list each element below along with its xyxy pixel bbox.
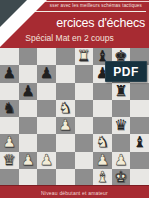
square-h3: ♝ xyxy=(130,134,149,151)
square-e8: ♜ xyxy=(75,48,94,65)
white-knight-piece: ♞ xyxy=(96,135,109,150)
square-a6 xyxy=(0,83,19,100)
pdf-badge[interactable]: PDF xyxy=(105,61,147,82)
square-b2: ♟ xyxy=(19,152,38,169)
square-b7 xyxy=(19,65,38,82)
white-pawn-piece: ♟ xyxy=(58,118,71,133)
white-bishop-piece: ♝ xyxy=(96,170,109,185)
cover-subtitle: Spécial Mat en 2 coups xyxy=(0,33,144,43)
white-pawn-piece: ♟ xyxy=(40,153,53,168)
square-d8 xyxy=(56,48,75,65)
square-b5 xyxy=(19,100,38,117)
square-c8 xyxy=(37,48,56,65)
black-bishop-piece: ♝ xyxy=(133,135,146,150)
white-pawn-piece: ♟ xyxy=(96,153,109,168)
white-king-piece: ♚ xyxy=(114,170,127,185)
square-b6: ♟ xyxy=(19,83,38,100)
square-f5 xyxy=(93,100,112,117)
square-d4: ♟ xyxy=(56,117,75,134)
white-rook-piece: ♜ xyxy=(77,49,90,64)
square-f3: ♞ xyxy=(93,134,112,151)
square-e3 xyxy=(75,134,94,151)
square-c7: ♟ xyxy=(37,65,56,82)
square-f1: ♝ xyxy=(93,169,112,186)
square-e5 xyxy=(75,100,94,117)
square-a8 xyxy=(0,48,19,65)
square-f4 xyxy=(93,117,112,134)
square-g4: ♛ xyxy=(112,117,131,134)
black-queen-piece: ♛ xyxy=(114,118,127,133)
square-a7: ♟ xyxy=(0,65,19,82)
square-d1 xyxy=(56,169,75,186)
square-e2 xyxy=(75,152,94,169)
square-b3 xyxy=(19,134,38,151)
white-pawn-piece: ♟ xyxy=(114,153,127,168)
black-pawn-piece: ♟ xyxy=(40,66,53,81)
cover-footer-text: Niveau débutant et amateur xyxy=(41,190,108,196)
white-pawn-piece: ♟ xyxy=(21,153,34,168)
square-a3: ♟ xyxy=(0,134,19,151)
square-e7 xyxy=(75,65,94,82)
tagline-rule-line xyxy=(28,11,146,12)
cover-title: ercices d'échecs xyxy=(56,16,145,30)
black-knight-piece: ♞ xyxy=(3,101,16,116)
square-c6 xyxy=(37,83,56,100)
square-h2 xyxy=(130,152,149,169)
square-c5 xyxy=(37,100,56,117)
square-g6: ♜ xyxy=(112,83,131,100)
square-e6 xyxy=(75,83,94,100)
cover-tagline: sser avec les meilleurs schémas tactique… xyxy=(50,3,142,8)
square-c4 xyxy=(37,117,56,134)
square-a1 xyxy=(0,169,19,186)
white-pawn-piece: ♟ xyxy=(3,135,16,150)
square-d6 xyxy=(56,83,75,100)
square-h1 xyxy=(130,169,149,186)
square-h4 xyxy=(130,117,149,134)
square-d2 xyxy=(56,152,75,169)
square-g3 xyxy=(112,134,131,151)
black-pawn-piece: ♟ xyxy=(3,66,16,81)
square-b4 xyxy=(19,117,38,134)
square-d7 xyxy=(56,65,75,82)
black-pawn-piece: ♟ xyxy=(21,84,34,99)
square-f6 xyxy=(93,83,112,100)
square-b8 xyxy=(19,48,38,65)
square-b1 xyxy=(19,169,38,186)
white-queen-piece: ♛ xyxy=(3,153,16,168)
square-e1 xyxy=(75,169,94,186)
square-g2: ♟ xyxy=(112,152,131,169)
square-d3 xyxy=(56,134,75,151)
square-c1 xyxy=(37,169,56,186)
cover-bottom-band: Niveau débutant et amateur xyxy=(0,185,149,198)
square-g5 xyxy=(112,100,131,117)
square-f2: ♟ xyxy=(93,152,112,169)
black-rook-piece: ♜ xyxy=(114,84,127,99)
square-a2: ♛ xyxy=(0,152,19,169)
book-cover: ♜♝♚♟♟♟♟♜♞♞♟♛♟♞♝♛♟♟♟♟♝♚ sser avec les mei… xyxy=(0,0,149,198)
square-g1: ♚ xyxy=(112,169,131,186)
square-d5: ♞ xyxy=(56,100,75,117)
square-a5: ♞ xyxy=(0,100,19,117)
square-e4 xyxy=(75,117,94,134)
square-c2: ♟ xyxy=(37,152,56,169)
square-c3 xyxy=(37,134,56,151)
square-h6 xyxy=(130,83,149,100)
square-a4 xyxy=(0,117,19,134)
white-knight-piece: ♞ xyxy=(58,101,71,116)
square-h5 xyxy=(130,100,149,117)
